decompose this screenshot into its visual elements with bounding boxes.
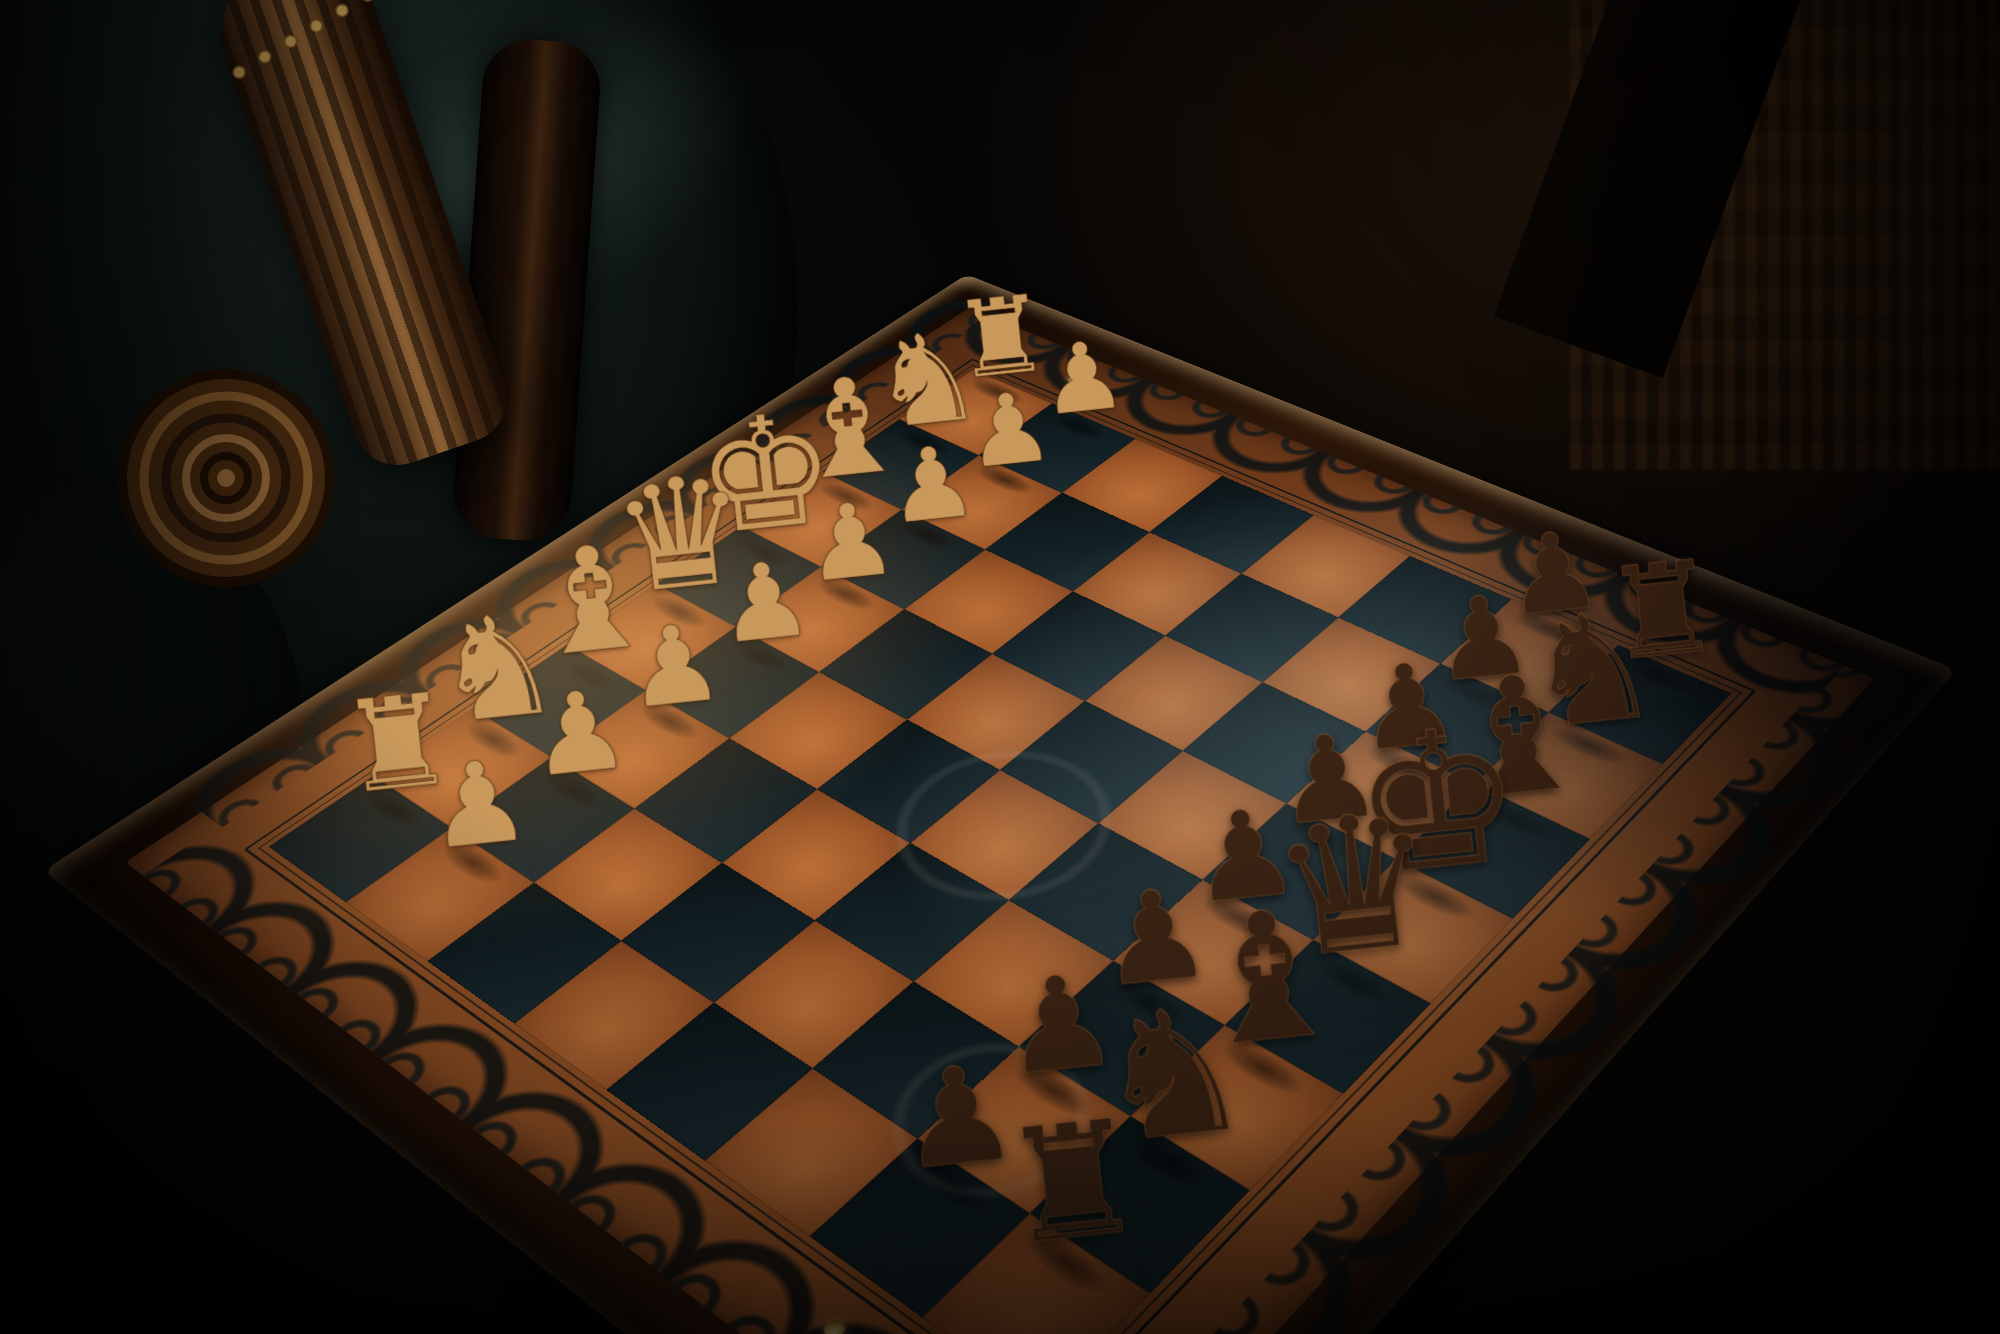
piece-white-pawn-a2[interactable]: ♟ bbox=[421, 742, 534, 866]
photograph-chess-table-scene: { "game": "chess", "position": { "fen": … bbox=[0, 0, 2000, 1334]
chess-table: ♜♟♟♜♞♟♟♞♝♟♟♝♛♟♟♛♚♟♟♚♝♟♟♝♞♟♟♞♜♟♟♜ bbox=[0, 0, 2000, 1334]
board-perspective-wrapper: ♜♟♟♜♞♟♟♞♝♟♟♝♛♟♟♛♚♟♟♚♝♟♟♝♞♟♟♞♜♟♟♜ bbox=[253, 23, 1748, 1334]
piece-white-pawn-e2[interactable]: ♟ bbox=[799, 486, 901, 597]
piece-white-pawn-d2[interactable]: ♟ bbox=[712, 545, 816, 659]
piece-white-pawn-c2[interactable]: ♟ bbox=[621, 607, 728, 724]
piece-white-pawn-g2[interactable]: ♟ bbox=[961, 377, 1058, 483]
piece-white-pawn-f2[interactable]: ♟ bbox=[882, 430, 981, 538]
piece-white-pawn-b2[interactable]: ♟ bbox=[524, 673, 634, 793]
piece-black-rook-a8[interactable]: ♜ bbox=[994, 1097, 1151, 1268]
chess-board[interactable]: ♜♟♟♜♞♟♟♞♝♟♟♝♛♟♟♛♚♟♟♚♝♟♟♝♞♟♟♞♜♟♟♜ bbox=[44, 274, 1957, 1334]
